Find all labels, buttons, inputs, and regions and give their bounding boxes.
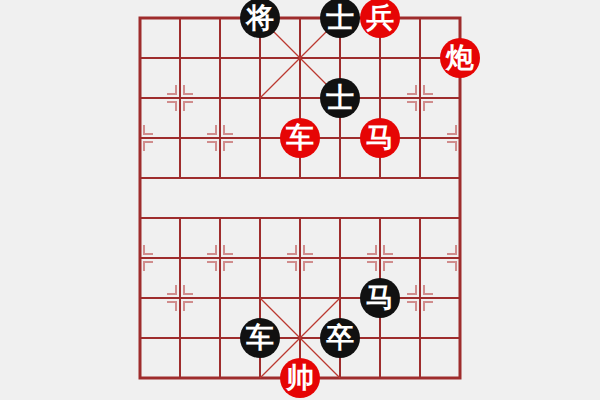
- position-marker: [207, 142, 216, 151]
- piece-red-horse[interactable]: 马: [360, 118, 400, 158]
- position-marker: [447, 245, 456, 254]
- position-marker: [224, 262, 233, 271]
- position-marker: [304, 245, 313, 254]
- position-marker: [184, 102, 193, 111]
- position-marker: [424, 285, 433, 294]
- position-marker: [184, 85, 193, 94]
- position-marker: [447, 125, 456, 134]
- position-marker: [167, 285, 176, 294]
- position-marker: [424, 85, 433, 94]
- position-marker: [207, 262, 216, 271]
- xiangqi-diagram: 将士兵炮士车马马车卒帅: [0, 0, 600, 400]
- position-marker: [424, 102, 433, 111]
- piece-black-advisor-2[interactable]: 士: [320, 78, 360, 118]
- position-marker: [224, 245, 233, 254]
- piece-black-horse[interactable]: 马: [360, 278, 400, 318]
- position-marker: [384, 245, 393, 254]
- xiangqi-board[interactable]: [0, 0, 600, 400]
- position-marker: [184, 285, 193, 294]
- piece-black-soldier[interactable]: 卒: [320, 318, 360, 358]
- position-marker: [367, 245, 376, 254]
- position-marker: [447, 262, 456, 271]
- position-marker: [384, 262, 393, 271]
- position-marker: [144, 245, 153, 254]
- position-marker: [287, 245, 296, 254]
- position-marker: [447, 142, 456, 151]
- position-marker: [224, 125, 233, 134]
- position-marker: [207, 245, 216, 254]
- position-marker: [304, 262, 313, 271]
- position-marker: [207, 125, 216, 134]
- piece-red-cannon[interactable]: 炮: [440, 38, 480, 78]
- position-marker: [167, 102, 176, 111]
- piece-red-general[interactable]: 帅: [280, 358, 320, 398]
- piece-black-chariot[interactable]: 车: [240, 318, 280, 358]
- position-marker: [424, 302, 433, 311]
- piece-red-chariot[interactable]: 车: [280, 118, 320, 158]
- position-marker: [167, 302, 176, 311]
- position-marker: [407, 285, 416, 294]
- position-marker: [184, 302, 193, 311]
- position-marker: [167, 85, 176, 94]
- position-marker: [144, 125, 153, 134]
- position-marker: [144, 262, 153, 271]
- position-marker: [287, 262, 296, 271]
- position-marker: [407, 302, 416, 311]
- position-marker: [407, 102, 416, 111]
- position-marker: [224, 142, 233, 151]
- position-marker: [367, 262, 376, 271]
- position-marker: [144, 142, 153, 151]
- position-marker: [407, 85, 416, 94]
